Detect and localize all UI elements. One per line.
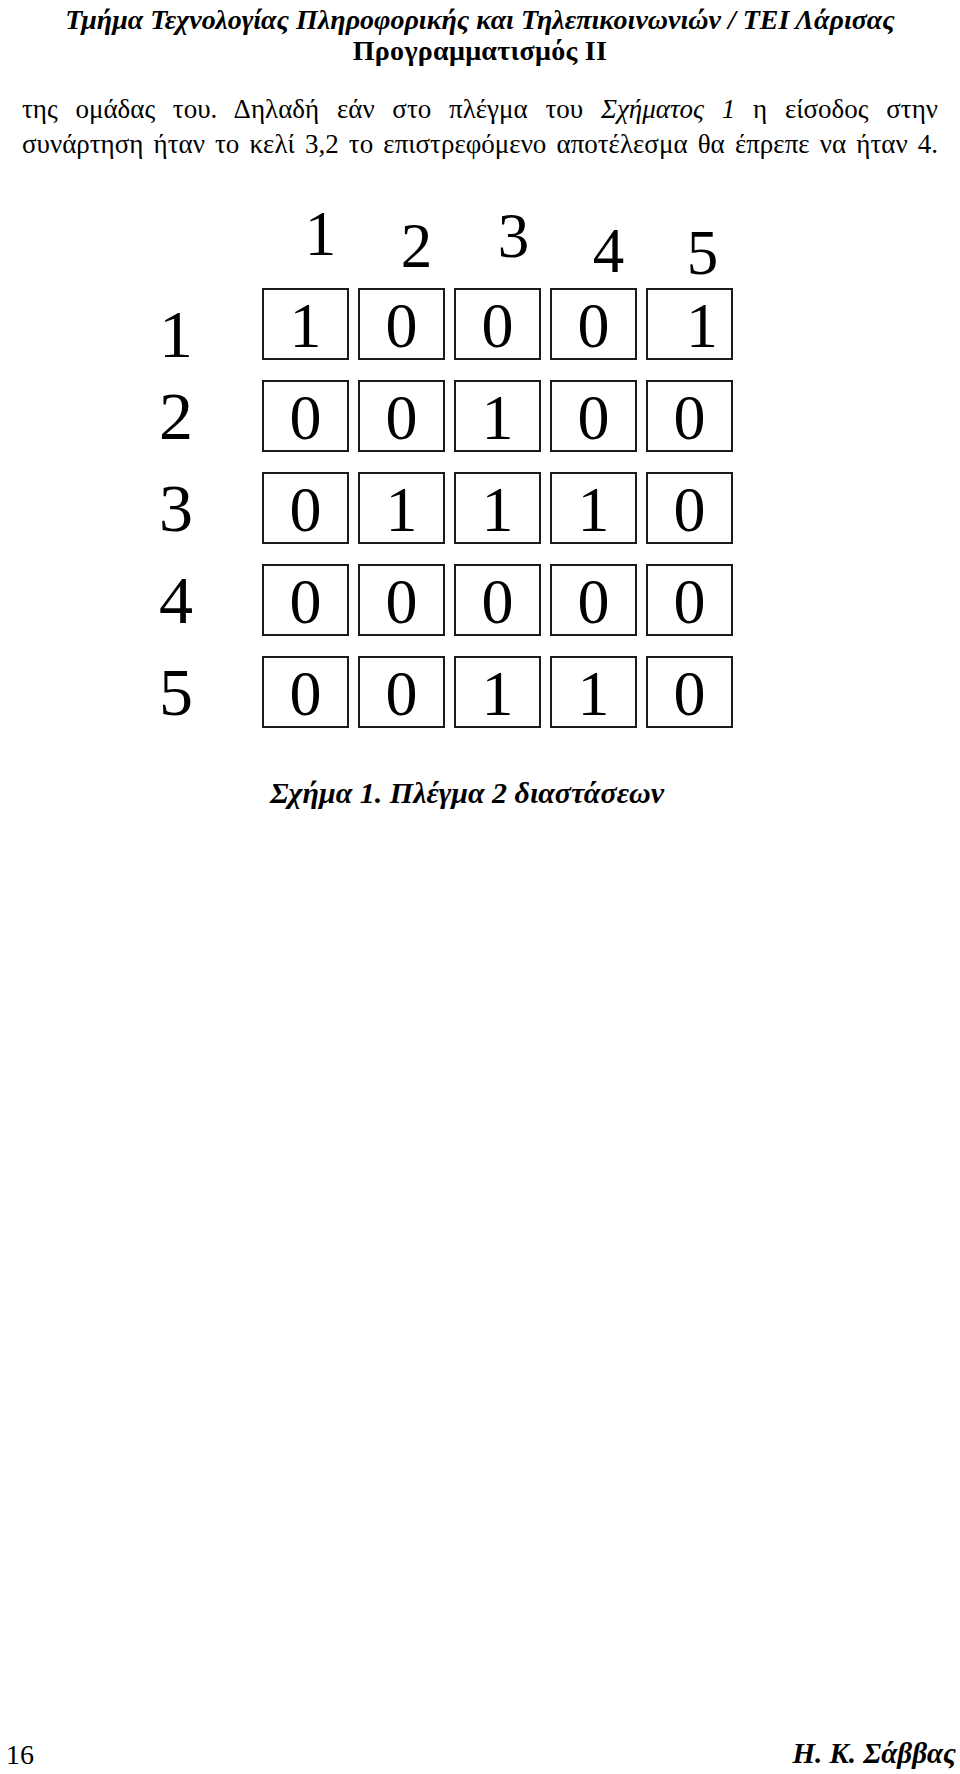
grid-cell-2-4: 0 — [550, 380, 637, 452]
grid-cell-3-2: 1 — [358, 472, 445, 544]
row-label-1: 1 — [136, 300, 216, 368]
row-label-4: 4 — [136, 566, 216, 634]
row-label-5: 5 — [136, 658, 216, 726]
grid-cell-2-3: 1 — [454, 380, 541, 452]
figure-caption: Σχήμα 1. Πλέγμα 2 διαστάσεων — [13, 776, 921, 810]
paragraph-line-1-post: η είσοδος στην — [735, 94, 938, 124]
col-header-1: 1 — [305, 203, 337, 266]
grid-cell-5-2: 0 — [358, 656, 445, 728]
footer-author: Η. Κ. Σάββας — [792, 1737, 956, 1770]
grid-cell-5-5: 0 — [646, 656, 733, 728]
row-label-2: 2 — [136, 382, 216, 450]
paragraph-line-1-pre: της ομάδας του. Δηλαδή εάν στο πλέγμα το… — [22, 94, 601, 124]
grid-cell-2-1: 0 — [262, 380, 349, 452]
document-page: Τμήμα Τεχνολογίας Πληροφορικής και Τηλεπ… — [0, 0, 960, 1774]
grid-cell-5-1: 0 — [262, 656, 349, 728]
grid-cell-4-3: 0 — [454, 564, 541, 636]
grid-cell-2-5: 0 — [646, 380, 733, 452]
grid-cell-3-3: 1 — [454, 472, 541, 544]
grid-cell-1-3: 0 — [454, 288, 541, 360]
paragraph-line-2: συνάρτηση ήταν το κελί 3,2 το επιστρεφόμ… — [22, 127, 938, 162]
grid-cell-1-4: 0 — [550, 288, 637, 360]
paragraph-line-1: της ομάδας του. Δηλαδή εάν στο πλέγμα το… — [22, 92, 938, 127]
grid-cell-2-2: 0 — [358, 380, 445, 452]
col-header-2: 2 — [401, 215, 433, 278]
grid-cell-3-4: 1 — [550, 472, 637, 544]
body-paragraph: της ομάδας του. Δηλαδή εάν στο πλέγμα το… — [22, 92, 938, 162]
grid-cell-3-5: 0 — [646, 472, 733, 544]
grid-cell-4-2: 0 — [358, 564, 445, 636]
page-number: 16 — [6, 1739, 34, 1771]
grid-cell-5-3: 1 — [454, 656, 541, 728]
col-header-3: 3 — [498, 205, 530, 268]
col-header-4: 4 — [593, 220, 625, 283]
grid-cell-1-5: 1 — [646, 288, 733, 360]
document-header-line2: Προγραμματισμός ΙΙ — [0, 35, 960, 67]
figure-reference-italic: Σχήματος 1 — [601, 94, 735, 124]
grid-cell-5-4: 1 — [550, 656, 637, 728]
grid-cell-4-4: 0 — [550, 564, 637, 636]
grid-cell-3-1: 0 — [262, 472, 349, 544]
row-label-3: 3 — [136, 474, 216, 542]
grid-cell-1-2: 0 — [358, 288, 445, 360]
col-header-5: 5 — [687, 222, 719, 285]
grid-cell-1-1: 1 — [262, 288, 349, 360]
document-header-line1: Τμήμα Τεχνολογίας Πληροφορικής και Τηλεπ… — [0, 4, 960, 36]
grid-figure: 12345110001200100301110400000500110 — [136, 196, 733, 728]
grid-corner-spacer — [136, 196, 253, 268]
grid-cell-4-1: 0 — [262, 564, 349, 636]
grid-cell-4-5: 0 — [646, 564, 733, 636]
